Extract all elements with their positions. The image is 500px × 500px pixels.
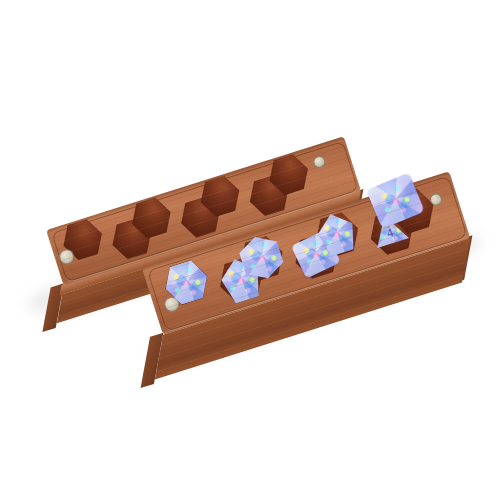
product-photo-dice-box: 4 [0,0,500,500]
magnet-stud [312,154,327,169]
